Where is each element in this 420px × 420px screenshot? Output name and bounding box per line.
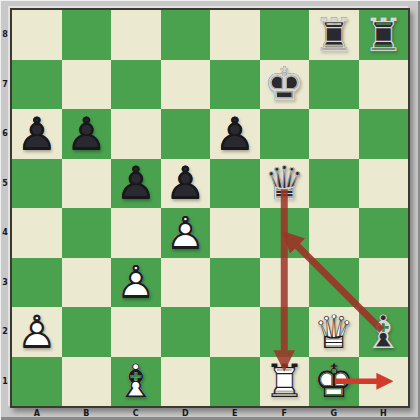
rank-label-4: 4 [0,208,10,258]
square-c1[interactable]: ♝♗ [111,357,161,407]
square-f5[interactable]: ♛♕ [260,159,310,209]
square-c6[interactable] [111,109,161,159]
square-d8[interactable] [161,10,211,60]
white-pawn[interactable]: ♟♙ [161,208,211,258]
square-f2[interactable] [260,307,310,357]
square-a6[interactable]: ♟♙ [12,109,62,159]
square-c2[interactable] [111,307,161,357]
file-label-d: D [161,408,211,420]
square-c5[interactable]: ♟♙ [111,159,161,209]
square-d3[interactable] [161,258,211,308]
square-g5[interactable] [309,159,359,209]
square-h5[interactable] [359,159,409,209]
square-c4[interactable] [111,208,161,258]
square-b6[interactable]: ♟♙ [62,109,112,159]
rank-label-5: 5 [0,159,10,209]
square-a3[interactable] [12,258,62,308]
square-g7[interactable] [309,60,359,110]
square-e8[interactable] [210,10,260,60]
square-f3[interactable] [260,258,310,308]
file-label-c: C [111,408,161,420]
black-pawn[interactable]: ♟♙ [111,159,161,209]
square-f6[interactable] [260,109,310,159]
square-f1[interactable]: ♜♖ [260,357,310,407]
square-e4[interactable] [210,208,260,258]
square-d2[interactable] [161,307,211,357]
square-f8[interactable] [260,10,310,60]
square-b1[interactable] [62,357,112,407]
rank-label-2: 2 [0,307,10,357]
white-queen[interactable]: ♛♕ [309,307,359,357]
square-g4[interactable] [309,208,359,258]
square-d4[interactable]: ♟♙ [161,208,211,258]
rank-label-1: 1 [0,357,10,407]
white-bishop[interactable]: ♝♗ [111,357,161,407]
file-label-e: E [210,408,260,420]
square-g1[interactable]: ♚♔ [309,357,359,407]
square-a1[interactable] [12,357,62,407]
square-g3[interactable] [309,258,359,308]
file-label-f: F [260,408,310,420]
square-h4[interactable] [359,208,409,258]
square-c7[interactable] [111,60,161,110]
square-c8[interactable] [111,10,161,60]
square-e2[interactable] [210,307,260,357]
square-h6[interactable] [359,109,409,159]
square-h8[interactable]: ♜♖ [359,10,409,60]
square-f7[interactable]: ♚♔ [260,60,310,110]
black-pawn[interactable]: ♟♙ [161,159,211,209]
square-e7[interactable] [210,60,260,110]
black-king[interactable]: ♚♔ [260,60,310,110]
black-queen[interactable]: ♛♕ [260,159,310,209]
black-pawn[interactable]: ♟♙ [210,109,260,159]
square-g6[interactable] [309,109,359,159]
square-h3[interactable] [359,258,409,308]
square-e6[interactable]: ♟♙ [210,109,260,159]
square-b2[interactable] [62,307,112,357]
square-a2[interactable]: ♟♙ [12,307,62,357]
square-c3[interactable]: ♟♙ [111,258,161,308]
square-a8[interactable] [12,10,62,60]
file-label-g: G [309,408,359,420]
board-border: ♜♖♜♖♚♔♟♙♟♙♟♙♟♙♟♙♛♕♟♙♟♙♟♙♛♕♝♗♝♗♜♖♚♔ [10,8,410,408]
square-b8[interactable] [62,10,112,60]
square-d7[interactable] [161,60,211,110]
square-g2[interactable]: ♛♕ [309,307,359,357]
chess-board: ♜♖♜♖♚♔♟♙♟♙♟♙♟♙♟♙♛♕♟♙♟♙♟♙♛♕♝♗♝♗♜♖♚♔ [12,10,408,406]
square-b4[interactable] [62,208,112,258]
white-pawn[interactable]: ♟♙ [12,307,62,357]
square-b3[interactable] [62,258,112,308]
square-b7[interactable] [62,60,112,110]
white-pawn[interactable]: ♟♙ [111,258,161,308]
file-label-a: A [12,408,62,420]
square-b5[interactable] [62,159,112,209]
file-label-b: B [62,408,112,420]
board-frame: ♜♖♜♖♚♔♟♙♟♙♟♙♟♙♟♙♛♕♟♙♟♙♟♙♛♕♝♗♝♗♜♖♚♔ 87654… [0,0,420,420]
square-d1[interactable] [161,357,211,407]
square-f4[interactable] [260,208,310,258]
square-g8[interactable]: ♜♖ [309,10,359,60]
square-d5[interactable]: ♟♙ [161,159,211,209]
file-label-h: H [359,408,409,420]
rank-label-7: 7 [0,60,10,110]
square-a4[interactable] [12,208,62,258]
square-a7[interactable] [12,60,62,110]
square-e5[interactable] [210,159,260,209]
square-h7[interactable] [359,60,409,110]
white-king[interactable]: ♚♔ [309,357,359,407]
square-h1[interactable] [359,357,409,407]
black-rook[interactable]: ♜♖ [359,10,409,60]
square-a5[interactable] [12,159,62,209]
black-bishop[interactable]: ♝♗ [359,307,409,357]
rank-label-6: 6 [0,109,10,159]
square-h2[interactable]: ♝♗ [359,307,409,357]
square-d6[interactable] [161,109,211,159]
rank-label-3: 3 [0,258,10,308]
black-pawn[interactable]: ♟♙ [62,109,112,159]
black-pawn[interactable]: ♟♙ [12,109,62,159]
square-e3[interactable] [210,258,260,308]
square-e1[interactable] [210,357,260,407]
white-rook[interactable]: ♜♖ [260,357,310,407]
rank-label-8: 8 [0,10,10,60]
black-rook[interactable]: ♜♖ [309,10,359,60]
